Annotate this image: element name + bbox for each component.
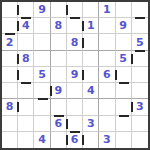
cell-r6c3[interactable] [34, 83, 50, 99]
cell-r1c2[interactable] [18, 2, 34, 18]
given-digit: 9 [119, 20, 127, 31]
cell-r8c8[interactable] [116, 116, 132, 132]
cell-r8c2[interactable] [18, 116, 34, 132]
given-digit: 1 [87, 20, 95, 31]
cell-r4c7[interactable] [99, 51, 115, 67]
cell-r3c3[interactable] [34, 34, 50, 50]
given-digit: 3 [136, 101, 144, 112]
cell-r7c1[interactable]: 8 [2, 99, 18, 115]
cell-r4c6[interactable] [83, 51, 99, 67]
cell-r5c4[interactable] [51, 67, 67, 83]
cell-r3c1[interactable]: 2 [2, 34, 18, 50]
given-digit: 9 [54, 85, 62, 96]
cell-r9c4[interactable] [51, 132, 67, 148]
given-digit: 4 [22, 20, 30, 31]
given-digit: 8 [22, 53, 30, 64]
cell-r9c7[interactable]: 3 [99, 132, 115, 148]
cell-r8c9[interactable] [132, 116, 148, 132]
cell-r2c9[interactable] [132, 18, 148, 34]
cell-r3c4[interactable] [51, 34, 67, 50]
cell-r6c9[interactable] [132, 83, 148, 99]
cell-r9c3[interactable]: 4 [34, 132, 50, 148]
cell-r2c5[interactable] [67, 18, 83, 34]
cell-r7c8[interactable] [116, 99, 132, 115]
cell-r4c3[interactable] [34, 51, 50, 67]
cell-r7c4[interactable] [51, 99, 67, 115]
cell-r2c1[interactable] [2, 18, 18, 34]
cell-r1c8[interactable] [116, 2, 132, 18]
cell-r7c3[interactable] [34, 99, 50, 115]
cell-r9c1[interactable] [2, 132, 18, 148]
cell-r2c4[interactable]: 8 [51, 18, 67, 34]
given-digit: 5 [136, 37, 144, 48]
given-digit: 4 [38, 134, 46, 145]
cell-r4c1[interactable] [2, 51, 18, 67]
cell-r4c8[interactable]: 5 [116, 51, 132, 67]
cell-r9c9[interactable] [132, 132, 148, 148]
cell-r1c5[interactable] [67, 2, 83, 18]
cell-r5c1[interactable] [2, 67, 18, 83]
given-digit: 8 [6, 101, 14, 112]
cell-r8c4[interactable]: 6 [51, 116, 67, 132]
cell-r1c7[interactable]: 1 [99, 2, 115, 18]
given-digit: 2 [6, 37, 14, 48]
cell-r1c9[interactable] [132, 2, 148, 18]
cell-r9c8[interactable] [116, 132, 132, 148]
given-digit: 8 [71, 37, 79, 48]
cell-r6c5[interactable] [67, 83, 83, 99]
cell-r5c6[interactable] [83, 67, 99, 83]
cell-r2c2[interactable]: 4 [18, 18, 34, 34]
sudoku-grid: 91481928585596948363463 [2, 2, 148, 148]
cell-r7c7[interactable] [99, 99, 115, 115]
cell-r5c9[interactable] [132, 67, 148, 83]
cell-r6c8[interactable] [116, 83, 132, 99]
given-digit: 9 [38, 4, 46, 15]
cell-r6c4[interactable]: 9 [51, 83, 67, 99]
given-digit: 5 [119, 53, 127, 64]
cell-r8c7[interactable] [99, 116, 115, 132]
given-digit: 5 [38, 69, 46, 80]
given-digit: 6 [71, 134, 79, 145]
cell-r3c2[interactable] [18, 34, 34, 50]
given-digit: 3 [87, 118, 95, 129]
cell-r2c7[interactable] [99, 18, 115, 34]
given-digit: 6 [54, 118, 62, 129]
cell-r2c6[interactable]: 1 [83, 18, 99, 34]
cell-r3c7[interactable] [99, 34, 115, 50]
given-digit: 3 [103, 134, 111, 145]
cell-r5c8[interactable] [116, 67, 132, 83]
cell-r7c9[interactable]: 3 [132, 99, 148, 115]
given-digit: 1 [103, 4, 111, 15]
cell-r8c1[interactable] [2, 116, 18, 132]
cell-r8c6[interactable]: 3 [83, 116, 99, 132]
cell-r7c2[interactable] [18, 99, 34, 115]
cell-r6c7[interactable] [99, 83, 115, 99]
given-digit: 4 [87, 85, 95, 96]
cell-r5c5[interactable]: 9 [67, 67, 83, 83]
cell-r5c7[interactable]: 6 [99, 67, 115, 83]
cell-r1c1[interactable] [2, 2, 18, 18]
cell-r7c6[interactable] [83, 99, 99, 115]
cell-r9c2[interactable] [18, 132, 34, 148]
cell-r8c5[interactable] [67, 116, 83, 132]
cell-r4c2[interactable]: 8 [18, 51, 34, 67]
cell-r2c3[interactable] [34, 18, 50, 34]
cell-r4c9[interactable] [132, 51, 148, 67]
cell-r7c5[interactable] [67, 99, 83, 115]
cell-r5c2[interactable] [18, 67, 34, 83]
cell-r6c6[interactable]: 4 [83, 83, 99, 99]
cell-r9c6[interactable] [83, 132, 99, 148]
cell-r3c6[interactable] [83, 34, 99, 50]
cell-r6c1[interactable] [2, 83, 18, 99]
cell-r5c3[interactable]: 5 [34, 67, 50, 83]
sudoku-board: 91481928585596948363463 [0, 0, 150, 150]
cell-r4c5[interactable] [67, 51, 83, 67]
cell-r1c6[interactable] [83, 2, 99, 18]
given-digit: 9 [71, 69, 79, 80]
cell-r9c5[interactable]: 6 [67, 132, 83, 148]
cell-r3c8[interactable] [116, 34, 132, 50]
cell-r1c3[interactable]: 9 [34, 2, 50, 18]
cell-r3c9[interactable]: 5 [132, 34, 148, 50]
cell-r4c4[interactable] [51, 51, 67, 67]
cell-r2c8[interactable]: 9 [116, 18, 132, 34]
cell-r3c5[interactable]: 8 [67, 34, 83, 50]
cell-r6c2[interactable] [18, 83, 34, 99]
cell-r8c3[interactable] [34, 116, 50, 132]
cell-r1c4[interactable] [51, 2, 67, 18]
given-digit: 6 [103, 69, 111, 80]
given-digit: 8 [54, 20, 62, 31]
